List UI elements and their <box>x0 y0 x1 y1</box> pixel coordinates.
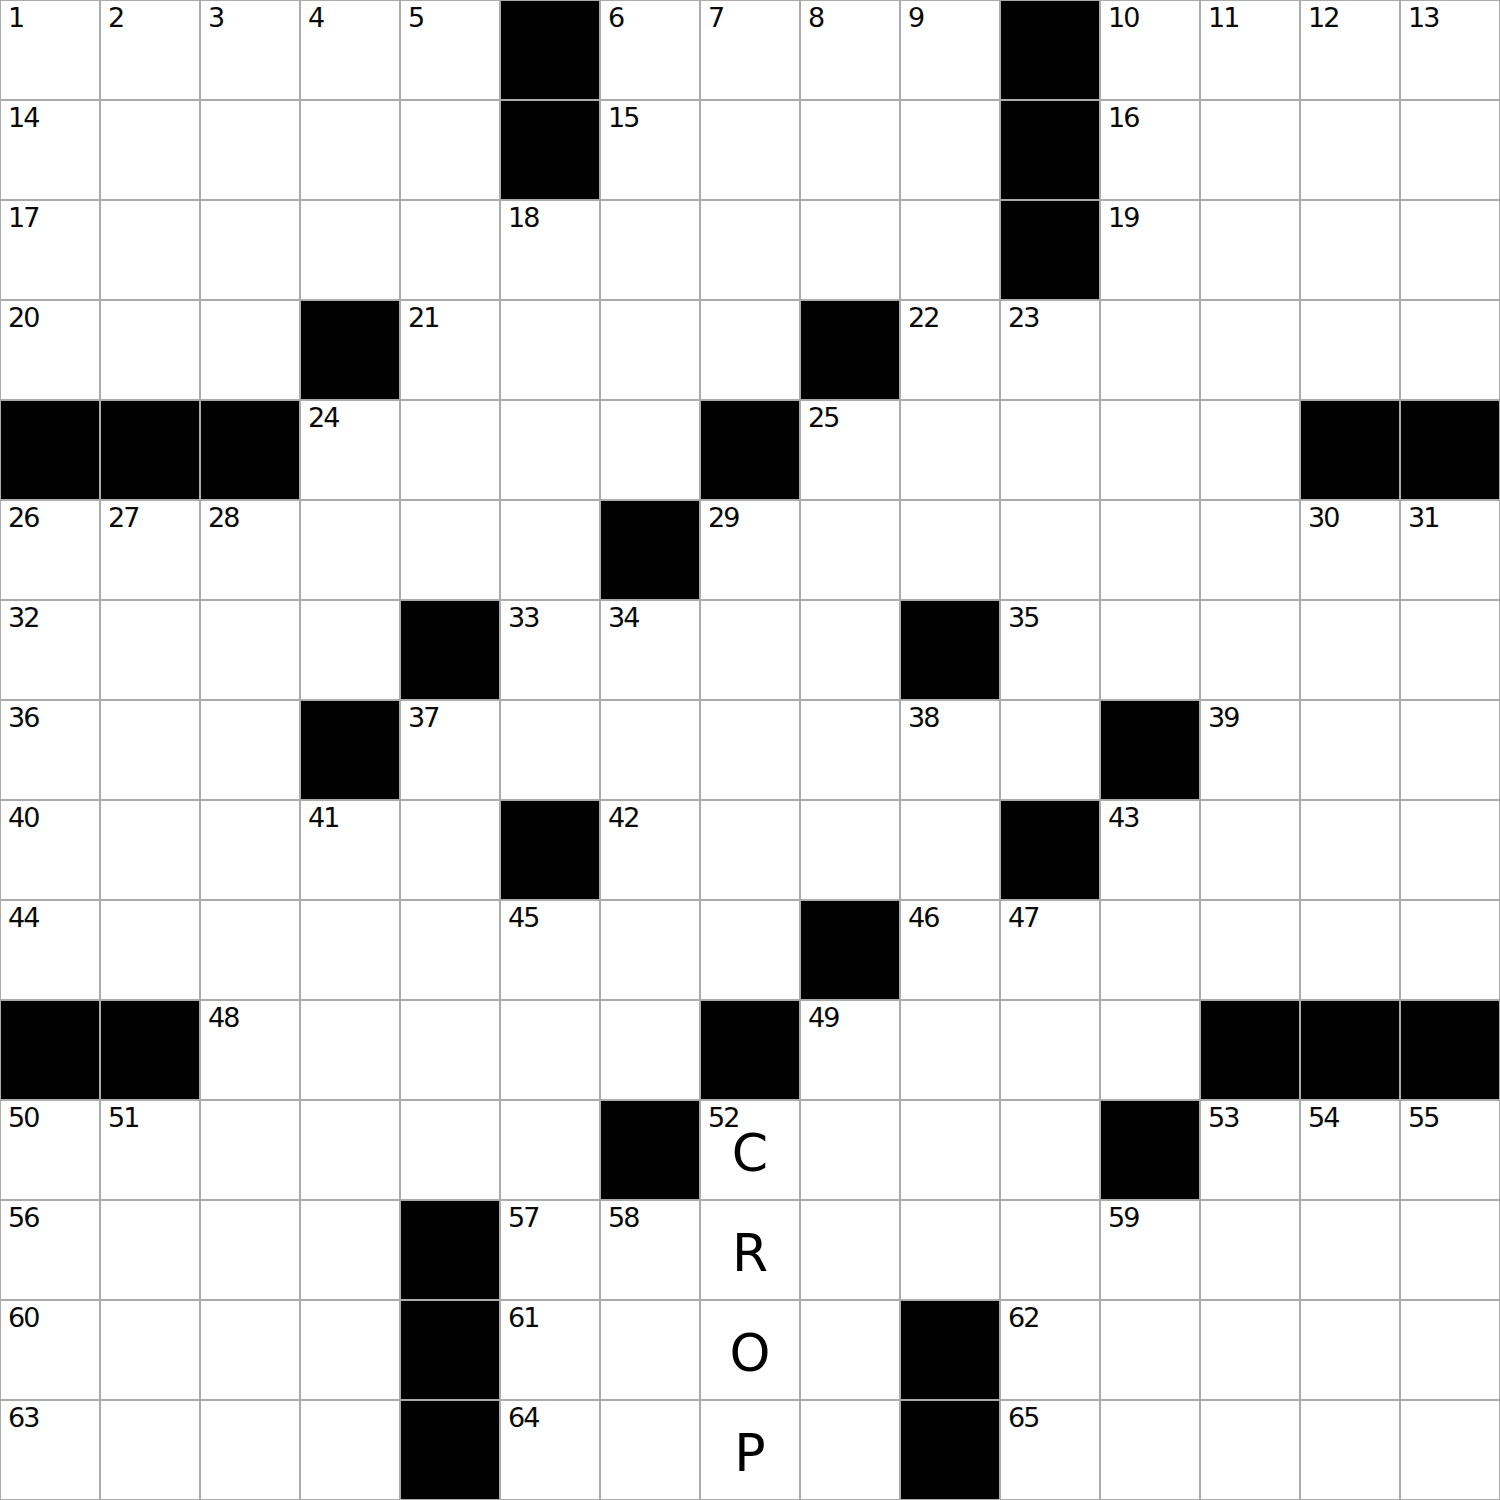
black-cell-r6c4 <box>401 601 499 699</box>
cell-r3c4[interactable]: 21 <box>401 301 499 399</box>
cell-r1c0[interactable]: 14 <box>1 101 99 199</box>
black-cell-r5c6 <box>601 501 699 599</box>
cell-r14c10[interactable]: 65 <box>1001 1401 1099 1499</box>
cell-r4c12[interactable] <box>1201 401 1299 499</box>
cell-r11c9[interactable] <box>901 1101 999 1199</box>
cell-r8c9[interactable] <box>901 801 999 899</box>
cell-r7c8[interactable] <box>801 701 899 799</box>
cell-r8c6[interactable]: 42 <box>601 801 699 899</box>
cell-r12c9[interactable] <box>901 1201 999 1299</box>
cell-r9c10[interactable]: 47 <box>1001 901 1099 999</box>
cell-r11c12[interactable]: 53 <box>1201 1101 1299 1199</box>
cell-r3c9[interactable]: 22 <box>901 301 999 399</box>
cell-r4c5[interactable] <box>501 401 599 499</box>
cell-r5c3[interactable] <box>301 501 399 599</box>
cell-r5c14[interactable]: 31 <box>1401 501 1499 599</box>
cell-r7c6[interactable] <box>601 701 699 799</box>
black-cell-r6c9 <box>901 601 999 699</box>
cell-r12c11[interactable]: 59 <box>1101 1201 1199 1299</box>
cell-r10c4[interactable] <box>401 1001 499 1099</box>
cell-r1c1[interactable] <box>101 101 199 199</box>
cell-r0c2[interactable]: 3 <box>201 1 299 99</box>
cell-r13c14[interactable] <box>1401 1301 1499 1399</box>
black-cell-r0c5 <box>501 1 599 99</box>
cell-r12c2[interactable] <box>201 1201 299 1299</box>
clue-number-22: 22 <box>908 304 938 331</box>
clue-number-51: 51 <box>108 1104 138 1131</box>
clue-number-26: 26 <box>8 504 38 531</box>
cell-r0c7[interactable]: 7 <box>701 1 799 99</box>
black-cell-r7c11 <box>1101 701 1199 799</box>
cell-r14c12[interactable] <box>1201 1401 1299 1499</box>
clue-number-34: 34 <box>608 604 638 631</box>
clue-number-37: 37 <box>408 704 438 731</box>
cell-r7c5[interactable] <box>501 701 599 799</box>
clue-number-60: 60 <box>8 1304 38 1331</box>
cell-r5c2[interactable]: 28 <box>201 501 299 599</box>
clue-number-7: 7 <box>708 4 723 31</box>
black-cell-r13c4 <box>401 1301 499 1399</box>
cell-letter-r14c7: P <box>734 1427 765 1479</box>
cell-r1c3[interactable] <box>301 101 399 199</box>
cell-r6c2[interactable] <box>201 601 299 699</box>
cell-r2c13[interactable] <box>1301 201 1399 299</box>
cell-r2c7[interactable] <box>701 201 799 299</box>
cell-r3c0[interactable]: 20 <box>1 301 99 399</box>
clue-number-43: 43 <box>1108 804 1138 831</box>
black-cell-r10c14 <box>1401 1001 1499 1099</box>
cell-r2c0[interactable]: 17 <box>1 201 99 299</box>
cell-r5c12[interactable] <box>1201 501 1299 599</box>
cell-r0c9[interactable]: 9 <box>901 1 999 99</box>
cell-r10c6[interactable] <box>601 1001 699 1099</box>
cell-r1c8[interactable] <box>801 101 899 199</box>
cell-r14c7[interactable]: P <box>701 1401 799 1499</box>
cell-r2c9[interactable] <box>901 201 999 299</box>
cell-r12c6[interactable]: 58 <box>601 1201 699 1299</box>
clue-number-33: 33 <box>508 604 538 631</box>
cell-r12c5[interactable]: 57 <box>501 1201 599 1299</box>
cell-r2c12[interactable] <box>1201 201 1299 299</box>
cell-r13c7[interactable]: O <box>701 1301 799 1399</box>
cell-r12c10[interactable] <box>1001 1201 1099 1299</box>
cell-r13c10[interactable]: 62 <box>1001 1301 1099 1399</box>
clue-number-41: 41 <box>308 804 338 831</box>
clue-number-16: 16 <box>1108 104 1138 131</box>
cell-r0c11[interactable]: 10 <box>1101 1 1199 99</box>
black-cell-r10c1 <box>101 1001 199 1099</box>
clue-number-1: 1 <box>8 4 23 31</box>
clue-number-20: 20 <box>8 304 38 331</box>
clue-number-40: 40 <box>8 804 38 831</box>
black-cell-r1c10 <box>1001 101 1099 199</box>
clue-number-11: 11 <box>1208 4 1238 31</box>
clue-number-5: 5 <box>408 4 423 31</box>
clue-number-8: 8 <box>808 4 823 31</box>
cell-r9c9[interactable]: 46 <box>901 901 999 999</box>
clue-number-64: 64 <box>508 1404 538 1431</box>
cell-r13c5[interactable]: 61 <box>501 1301 599 1399</box>
cell-r3c5[interactable] <box>501 301 599 399</box>
cell-r7c4[interactable]: 37 <box>401 701 499 799</box>
clue-number-63: 63 <box>8 1404 38 1431</box>
cell-r2c11[interactable]: 19 <box>1101 201 1199 299</box>
cell-r2c1[interactable] <box>101 201 199 299</box>
cell-r9c0[interactable]: 44 <box>1 901 99 999</box>
cell-r9c11[interactable] <box>1101 901 1199 999</box>
cell-r0c8[interactable]: 8 <box>801 1 899 99</box>
cell-r8c11[interactable]: 43 <box>1101 801 1199 899</box>
cell-r2c2[interactable] <box>201 201 299 299</box>
clue-number-58: 58 <box>608 1204 638 1231</box>
cell-r12c13[interactable] <box>1301 1201 1399 1299</box>
cell-r8c0[interactable]: 40 <box>1 801 99 899</box>
black-cell-r7c3 <box>301 701 399 799</box>
clue-number-50: 50 <box>8 1104 38 1131</box>
cell-r7c14[interactable] <box>1401 701 1499 799</box>
cell-r8c12[interactable] <box>1201 801 1299 899</box>
cell-r3c1[interactable] <box>101 301 199 399</box>
cell-r0c6[interactable]: 6 <box>601 1 699 99</box>
cell-r8c3[interactable]: 41 <box>301 801 399 899</box>
clue-number-4: 4 <box>308 4 323 31</box>
black-cell-r10c0 <box>1 1001 99 1099</box>
cell-r10c9[interactable] <box>901 1001 999 1099</box>
cell-r9c14[interactable] <box>1401 901 1499 999</box>
black-cell-r4c14 <box>1401 401 1499 499</box>
black-cell-r11c11 <box>1101 1101 1199 1199</box>
clue-number-47: 47 <box>1008 904 1038 931</box>
cell-r14c11[interactable] <box>1101 1401 1199 1499</box>
clue-number-59: 59 <box>1108 1204 1138 1231</box>
cell-r8c1[interactable] <box>101 801 199 899</box>
cell-r7c2[interactable] <box>201 701 299 799</box>
cell-r7c12[interactable]: 39 <box>1201 701 1299 799</box>
cell-r6c10[interactable]: 35 <box>1001 601 1099 699</box>
cell-r13c2[interactable] <box>201 1301 299 1399</box>
cell-r14c1[interactable] <box>101 1401 199 1499</box>
black-cell-r4c7 <box>701 401 799 499</box>
black-cell-r10c7 <box>701 1001 799 1099</box>
clue-number-29: 29 <box>708 504 738 531</box>
cell-r0c1[interactable]: 2 <box>101 1 199 99</box>
cell-r5c0[interactable]: 26 <box>1 501 99 599</box>
black-cell-r10c12 <box>1201 1001 1299 1099</box>
clue-number-55: 55 <box>1408 1104 1438 1131</box>
cell-r1c13[interactable] <box>1301 101 1399 199</box>
cell-r11c5[interactable] <box>501 1101 599 1199</box>
cell-r7c10[interactable] <box>1001 701 1099 799</box>
cell-r9c13[interactable] <box>1301 901 1399 999</box>
cell-r9c6[interactable] <box>601 901 699 999</box>
cell-r7c13[interactable] <box>1301 701 1399 799</box>
cell-r13c3[interactable] <box>301 1301 399 1399</box>
black-cell-r4c2 <box>201 401 299 499</box>
cell-r9c7[interactable] <box>701 901 799 999</box>
cell-r8c13[interactable] <box>1301 801 1399 899</box>
cell-r10c5[interactable] <box>501 1001 599 1099</box>
cell-r11c0[interactable]: 50 <box>1 1101 99 1199</box>
cell-r11c10[interactable] <box>1001 1101 1099 1199</box>
cell-letter-r13c7: O <box>730 1327 771 1379</box>
cell-r9c2[interactable] <box>201 901 299 999</box>
cell-r11c1[interactable]: 51 <box>101 1101 199 1199</box>
cell-r1c14[interactable] <box>1401 101 1499 199</box>
black-cell-r2c10 <box>1001 201 1099 299</box>
cell-r4c8[interactable]: 25 <box>801 401 899 499</box>
clue-number-32: 32 <box>8 604 38 631</box>
clue-number-61: 61 <box>508 1304 538 1331</box>
cell-r8c2[interactable] <box>201 801 299 899</box>
cell-r8c8[interactable] <box>801 801 899 899</box>
cell-r7c0[interactable]: 36 <box>1 701 99 799</box>
clue-number-39: 39 <box>1208 704 1238 731</box>
cell-r13c11[interactable] <box>1101 1301 1199 1399</box>
cell-r14c3[interactable] <box>301 1401 399 1499</box>
cell-r11c4[interactable] <box>401 1101 499 1199</box>
clue-number-10: 10 <box>1108 4 1138 31</box>
cell-r11c2[interactable] <box>201 1101 299 1199</box>
cell-r13c1[interactable] <box>101 1301 199 1399</box>
cell-r13c12[interactable] <box>1201 1301 1299 1399</box>
black-cell-r12c4 <box>401 1201 499 1299</box>
clue-number-30: 30 <box>1308 504 1338 531</box>
cell-r13c13[interactable] <box>1301 1301 1399 1399</box>
cell-r1c6[interactable]: 15 <box>601 101 699 199</box>
cell-r12c3[interactable] <box>301 1201 399 1299</box>
clue-number-65: 65 <box>1008 1404 1038 1431</box>
cell-r2c6[interactable] <box>601 201 699 299</box>
clue-number-18: 18 <box>508 204 538 231</box>
cell-r10c8[interactable]: 49 <box>801 1001 899 1099</box>
cell-r10c3[interactable] <box>301 1001 399 1099</box>
cell-r14c14[interactable] <box>1401 1401 1499 1499</box>
cell-r10c2[interactable]: 48 <box>201 1001 299 1099</box>
clue-number-12: 12 <box>1308 4 1338 31</box>
cell-r1c7[interactable] <box>701 101 799 199</box>
cell-letter-r11c7: C <box>732 1127 768 1179</box>
cell-r6c13[interactable] <box>1301 601 1399 699</box>
cell-r3c6[interactable] <box>601 301 699 399</box>
black-cell-r4c0 <box>1 401 99 499</box>
cell-r6c3[interactable] <box>301 601 399 699</box>
cell-r6c8[interactable] <box>801 601 899 699</box>
cell-r0c14[interactable]: 13 <box>1401 1 1499 99</box>
clue-number-52: 52 <box>708 1104 738 1131</box>
cell-r11c14[interactable]: 55 <box>1401 1101 1499 1199</box>
cell-r5c13[interactable]: 30 <box>1301 501 1399 599</box>
cell-r7c1[interactable] <box>101 701 199 799</box>
black-cell-r3c3 <box>301 301 399 399</box>
cell-r3c2[interactable] <box>201 301 299 399</box>
black-cell-r9c8 <box>801 901 899 999</box>
cell-r12c8[interactable] <box>801 1201 899 1299</box>
cell-r13c0[interactable]: 60 <box>1 1301 99 1399</box>
cell-r3c14[interactable] <box>1401 301 1499 399</box>
cell-r5c1[interactable]: 27 <box>101 501 199 599</box>
clue-number-15: 15 <box>608 104 638 131</box>
clue-number-27: 27 <box>108 504 138 531</box>
black-cell-r8c5 <box>501 801 599 899</box>
clue-number-28: 28 <box>208 504 238 531</box>
cell-r11c8[interactable] <box>801 1101 899 1199</box>
cell-r0c0[interactable]: 1 <box>1 1 99 99</box>
cell-r6c14[interactable] <box>1401 601 1499 699</box>
clue-number-62: 62 <box>1008 1304 1038 1331</box>
clue-number-2: 2 <box>108 4 123 31</box>
cell-r4c4[interactable] <box>401 401 499 499</box>
cell-r6c6[interactable]: 34 <box>601 601 699 699</box>
cell-r5c10[interactable] <box>1001 501 1099 599</box>
clue-number-38: 38 <box>908 704 938 731</box>
cell-r6c11[interactable] <box>1101 601 1199 699</box>
cell-r4c9[interactable] <box>901 401 999 499</box>
cell-r0c12[interactable]: 11 <box>1201 1 1299 99</box>
clue-number-19: 19 <box>1108 204 1138 231</box>
cell-r10c10[interactable] <box>1001 1001 1099 1099</box>
clue-number-3: 3 <box>208 4 223 31</box>
cell-r6c1[interactable] <box>101 601 199 699</box>
black-cell-r4c1 <box>101 401 199 499</box>
cell-r1c4[interactable] <box>401 101 499 199</box>
cell-r14c0[interactable]: 63 <box>1 1401 99 1499</box>
cell-r11c7[interactable]: 52C <box>701 1101 799 1199</box>
clue-number-36: 36 <box>8 704 38 731</box>
cell-r14c2[interactable] <box>201 1401 299 1499</box>
clue-number-6: 6 <box>608 4 623 31</box>
cell-r13c6[interactable] <box>601 1301 699 1399</box>
cell-r10c11[interactable] <box>1101 1001 1199 1099</box>
crossword-grid: 1234567891011121314151617181920212223242… <box>0 0 1500 1500</box>
cell-r6c0[interactable]: 32 <box>1 601 99 699</box>
cell-r5c5[interactable] <box>501 501 599 599</box>
cell-r3c13[interactable] <box>1301 301 1399 399</box>
cell-r9c3[interactable] <box>301 901 399 999</box>
cell-r5c11[interactable] <box>1101 501 1199 599</box>
cell-r9c5[interactable]: 45 <box>501 901 599 999</box>
clue-number-35: 35 <box>1008 604 1038 631</box>
cell-r5c8[interactable] <box>801 501 899 599</box>
clue-number-14: 14 <box>8 104 38 131</box>
cell-r0c13[interactable]: 12 <box>1301 1 1399 99</box>
cell-letter-r12c7: R <box>732 1227 768 1279</box>
cell-r14c6[interactable] <box>601 1401 699 1499</box>
cell-r1c12[interactable] <box>1201 101 1299 199</box>
cell-r4c10[interactable] <box>1001 401 1099 499</box>
clue-number-54: 54 <box>1308 1104 1338 1131</box>
black-cell-r11c6 <box>601 1101 699 1199</box>
clue-number-42: 42 <box>608 804 638 831</box>
clue-number-21: 21 <box>408 304 438 331</box>
cell-r4c11[interactable] <box>1101 401 1199 499</box>
cell-r5c7[interactable]: 29 <box>701 501 799 599</box>
cell-r0c4[interactable]: 5 <box>401 1 499 99</box>
clue-number-45: 45 <box>508 904 538 931</box>
cell-r3c11[interactable] <box>1101 301 1199 399</box>
cell-r14c5[interactable]: 64 <box>501 1401 599 1499</box>
cell-r6c5[interactable]: 33 <box>501 601 599 699</box>
cell-r5c4[interactable] <box>401 501 499 599</box>
cell-r2c8[interactable] <box>801 201 899 299</box>
cell-r8c14[interactable] <box>1401 801 1499 899</box>
cell-r12c7[interactable]: R <box>701 1201 799 1299</box>
cell-r1c2[interactable] <box>201 101 299 199</box>
black-cell-r10c13 <box>1301 1001 1399 1099</box>
clue-number-25: 25 <box>808 404 838 431</box>
cell-r2c4[interactable] <box>401 201 499 299</box>
clue-number-17: 17 <box>8 204 38 231</box>
cell-r5c9[interactable] <box>901 501 999 599</box>
clue-number-49: 49 <box>808 1004 838 1031</box>
cell-r11c13[interactable]: 54 <box>1301 1101 1399 1199</box>
cell-r7c9[interactable]: 38 <box>901 701 999 799</box>
cell-r3c7[interactable] <box>701 301 799 399</box>
cell-r2c3[interactable] <box>301 201 399 299</box>
cell-r12c0[interactable]: 56 <box>1 1201 99 1299</box>
black-cell-r14c4 <box>401 1401 499 1499</box>
clue-number-23: 23 <box>1008 304 1038 331</box>
black-cell-r3c8 <box>801 301 899 399</box>
cell-r9c1[interactable] <box>101 901 199 999</box>
cell-r9c12[interactable] <box>1201 901 1299 999</box>
cell-r1c9[interactable] <box>901 101 999 199</box>
cell-r8c4[interactable] <box>401 801 499 899</box>
cell-r12c12[interactable] <box>1201 1201 1299 1299</box>
cell-r0c3[interactable]: 4 <box>301 1 399 99</box>
cell-r7c7[interactable] <box>701 701 799 799</box>
cell-r2c5[interactable]: 18 <box>501 201 599 299</box>
clue-number-57: 57 <box>508 1204 538 1231</box>
clue-number-48: 48 <box>208 1004 238 1031</box>
cell-r3c10[interactable]: 23 <box>1001 301 1099 399</box>
black-cell-r14c9 <box>901 1401 999 1499</box>
cell-r12c14[interactable] <box>1401 1201 1499 1299</box>
black-cell-r1c5 <box>501 101 599 199</box>
clue-number-46: 46 <box>908 904 938 931</box>
cell-r14c8[interactable] <box>801 1401 899 1499</box>
cell-r3c12[interactable] <box>1201 301 1299 399</box>
cell-r8c7[interactable] <box>701 801 799 899</box>
cell-r1c11[interactable]: 16 <box>1101 101 1199 199</box>
cell-r6c7[interactable] <box>701 601 799 699</box>
black-cell-r8c10 <box>1001 801 1099 899</box>
clue-number-31: 31 <box>1408 504 1438 531</box>
cell-r14c13[interactable] <box>1301 1401 1399 1499</box>
cell-r4c6[interactable] <box>601 401 699 499</box>
cell-r12c1[interactable] <box>101 1201 199 1299</box>
black-cell-r0c10 <box>1001 1 1099 99</box>
clue-number-9: 9 <box>908 4 923 31</box>
black-cell-r4c13 <box>1301 401 1399 499</box>
cell-r2c14[interactable] <box>1401 201 1499 299</box>
clue-number-53: 53 <box>1208 1104 1238 1131</box>
cell-r9c4[interactable] <box>401 901 499 999</box>
clue-number-56: 56 <box>8 1204 38 1231</box>
cell-r6c12[interactable] <box>1201 601 1299 699</box>
cell-r13c8[interactable] <box>801 1301 899 1399</box>
cell-r11c3[interactable] <box>301 1101 399 1199</box>
clue-number-44: 44 <box>8 904 38 931</box>
clue-number-13: 13 <box>1408 4 1438 31</box>
black-cell-r13c9 <box>901 1301 999 1399</box>
clue-number-24: 24 <box>308 404 338 431</box>
cell-r4c3[interactable]: 24 <box>301 401 399 499</box>
